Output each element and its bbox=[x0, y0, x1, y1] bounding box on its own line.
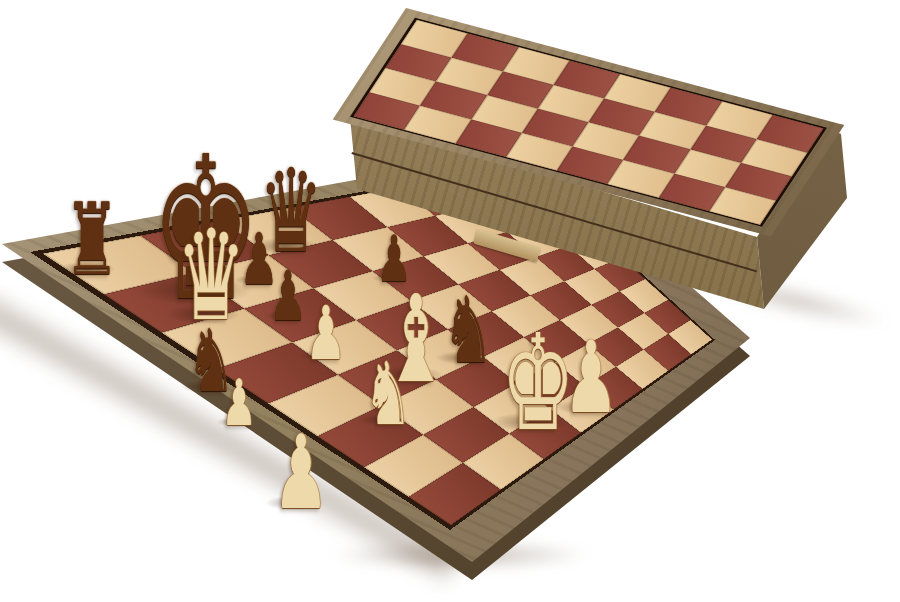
white-pawn-piece: ♟ bbox=[273, 433, 330, 513]
dark-pawn-piece: ♟ bbox=[269, 270, 307, 324]
dark-rook-piece: ♜ bbox=[64, 201, 119, 279]
white-knight-piece: ♞ bbox=[364, 361, 412, 429]
white-pawn-piece: ♟ bbox=[221, 379, 257, 429]
white-king-piece: ♚ bbox=[501, 331, 575, 435]
product-photo-scene: ♛♜♟♟♚♛♟♟♞♝♞♟♞♟♚♟ bbox=[0, 0, 900, 602]
dark-knight-piece: ♞ bbox=[442, 295, 493, 367]
white-pawn-piece: ♟ bbox=[305, 305, 346, 363]
